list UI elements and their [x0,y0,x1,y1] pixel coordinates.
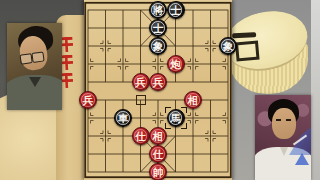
piece-black-elephant[interactable]: 象 [219,37,237,55]
piece-red-general[interactable]: 帥 [149,163,167,180]
eye [286,119,291,121]
xiangqi-board[interactable]: 將士士象象車馬炮兵兵兵相仕相仕帥 [84,0,232,180]
piece-black-general[interactable]: 將 [149,1,167,19]
board-grid[interactable]: 將士士象象車馬炮兵兵兵相仕相仕帥 [79,1,237,180]
broadcast-frame: 將士士象象車馬炮兵兵兵相仕相仕帥 [0,0,320,180]
piece-black-horse[interactable]: 馬 [167,109,185,127]
piece-red-elephant[interactable]: 相 [149,127,167,145]
last-move-from-marker [136,95,146,105]
wooden-piece-decoration-right [224,12,312,100]
engraved-character-decoration [235,41,260,62]
piece-red-soldier[interactable]: 兵 [79,91,97,109]
right-edge-strip [311,0,320,180]
player-photo-left [7,23,62,110]
piece-black-advisor[interactable]: 士 [167,1,185,19]
piece-red-soldier[interactable]: 兵 [149,73,167,91]
calligraphy-decoration [60,37,75,95]
eye [276,119,281,121]
piece-black-elephant[interactable]: 象 [149,37,167,55]
piece-red-cannon[interactable]: 炮 [167,55,185,73]
piece-black-chariot[interactable]: 車 [114,109,132,127]
piece-red-elephant[interactable]: 相 [184,91,202,109]
piece-red-advisor[interactable]: 仕 [149,145,167,163]
piece-red-advisor[interactable]: 仕 [132,127,150,145]
piece-black-advisor[interactable]: 士 [149,19,167,37]
piece-red-soldier[interactable]: 兵 [132,73,150,91]
player-photo-right [255,95,311,180]
broadcast-logo-overlay [285,123,311,169]
